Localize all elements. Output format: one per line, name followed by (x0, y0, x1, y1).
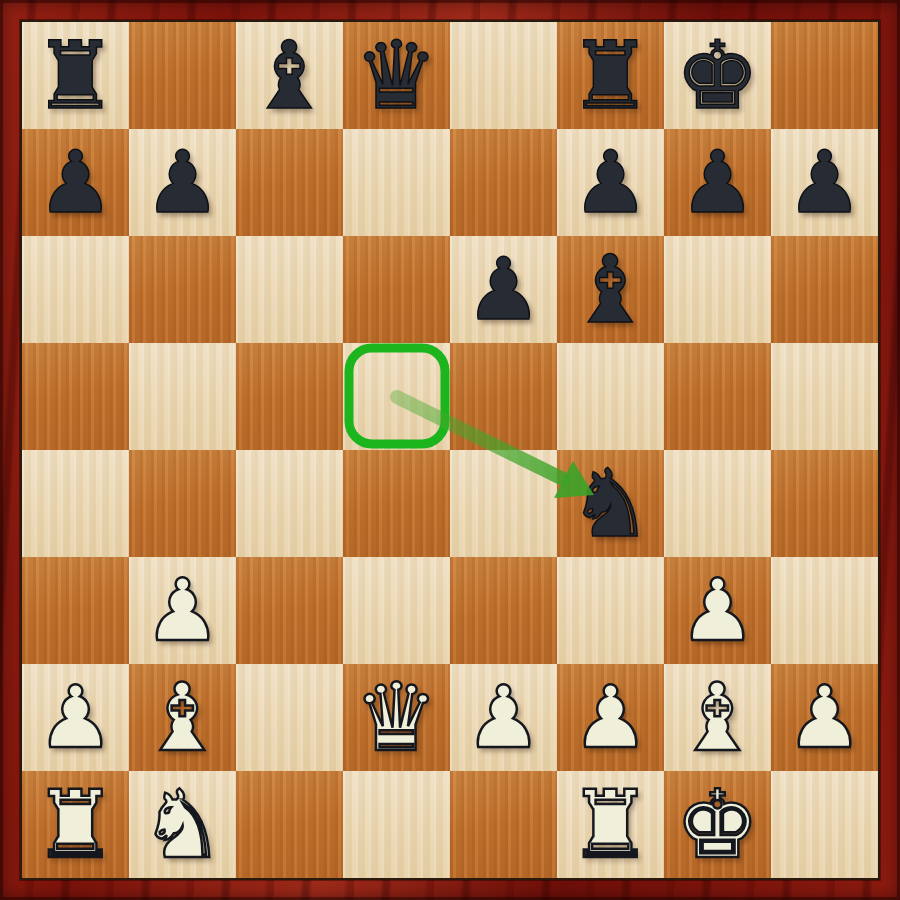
piece-white-bishop-b2[interactable]: ♝ (129, 664, 236, 771)
square-c7[interactable] (236, 129, 343, 236)
square-f6[interactable]: ♝ (557, 236, 664, 343)
square-h6[interactable] (771, 236, 878, 343)
square-d1[interactable] (343, 771, 450, 878)
square-h3[interactable] (771, 557, 878, 664)
square-a2[interactable]: ♟ (22, 664, 129, 771)
square-g7[interactable]: ♟ (664, 129, 771, 236)
piece-black-king-g8[interactable]: ♚ (664, 22, 771, 129)
square-b6[interactable] (129, 236, 236, 343)
square-h7[interactable]: ♟ (771, 129, 878, 236)
square-e7[interactable] (450, 129, 557, 236)
square-g2[interactable]: ♝ (664, 664, 771, 771)
square-h5[interactable] (771, 343, 878, 450)
piece-white-knight-b1[interactable]: ♞ (129, 771, 236, 878)
piece-black-pawn-g7[interactable]: ♟ (664, 129, 771, 236)
piece-white-pawn-e2[interactable]: ♟ (450, 664, 557, 771)
piece-black-rook-f8[interactable]: ♜ (557, 22, 664, 129)
square-g3[interactable]: ♟ (664, 557, 771, 664)
square-d6[interactable] (343, 236, 450, 343)
square-b1[interactable]: ♞ (129, 771, 236, 878)
square-g8[interactable]: ♚ (664, 22, 771, 129)
piece-black-pawn-b7[interactable]: ♟ (129, 129, 236, 236)
piece-white-rook-f1[interactable]: ♜ (557, 771, 664, 878)
square-a4[interactable] (22, 450, 129, 557)
square-e2[interactable]: ♟ (450, 664, 557, 771)
square-b5[interactable] (129, 343, 236, 450)
square-d2[interactable]: ♛ (343, 664, 450, 771)
piece-white-pawn-b3[interactable]: ♟ (129, 557, 236, 664)
square-b7[interactable]: ♟ (129, 129, 236, 236)
piece-black-queen-d8[interactable]: ♛ (343, 22, 450, 129)
square-f7[interactable]: ♟ (557, 129, 664, 236)
chess-board: ♜♝♛♜♚♟♟♟♟♟♟♝♞♟♟♟♝♛♟♟♝♟♜♞♜♚ (22, 22, 878, 878)
piece-black-rook-a8[interactable]: ♜ (22, 22, 129, 129)
square-f1[interactable]: ♜ (557, 771, 664, 878)
square-a3[interactable] (22, 557, 129, 664)
square-e1[interactable] (450, 771, 557, 878)
square-f3[interactable] (557, 557, 664, 664)
piece-black-bishop-c8[interactable]: ♝ (236, 22, 343, 129)
square-b4[interactable] (129, 450, 236, 557)
square-f4[interactable]: ♞ (557, 450, 664, 557)
piece-white-rook-a1[interactable]: ♜ (22, 771, 129, 878)
square-c6[interactable] (236, 236, 343, 343)
piece-black-knight-f4[interactable]: ♞ (557, 450, 664, 557)
square-a8[interactable]: ♜ (22, 22, 129, 129)
piece-black-bishop-f6[interactable]: ♝ (557, 236, 664, 343)
piece-black-pawn-h7[interactable]: ♟ (771, 129, 878, 236)
square-d8[interactable]: ♛ (343, 22, 450, 129)
square-g1[interactable]: ♚ (664, 771, 771, 878)
piece-black-pawn-e6[interactable]: ♟ (450, 236, 557, 343)
square-a7[interactable]: ♟ (22, 129, 129, 236)
square-g5[interactable] (664, 343, 771, 450)
square-c2[interactable] (236, 664, 343, 771)
piece-white-king-g1[interactable]: ♚ (664, 771, 771, 878)
square-h1[interactable] (771, 771, 878, 878)
piece-black-pawn-f7[interactable]: ♟ (557, 129, 664, 236)
square-b3[interactable]: ♟ (129, 557, 236, 664)
piece-white-pawn-f2[interactable]: ♟ (557, 664, 664, 771)
square-d3[interactable] (343, 557, 450, 664)
square-e6[interactable]: ♟ (450, 236, 557, 343)
square-e5[interactable] (450, 343, 557, 450)
piece-black-pawn-a7[interactable]: ♟ (22, 129, 129, 236)
piece-white-pawn-g3[interactable]: ♟ (664, 557, 771, 664)
square-f5[interactable] (557, 343, 664, 450)
square-g6[interactable] (664, 236, 771, 343)
square-c4[interactable] (236, 450, 343, 557)
square-h2[interactable]: ♟ (771, 664, 878, 771)
square-a5[interactable] (22, 343, 129, 450)
square-e3[interactable] (450, 557, 557, 664)
square-b8[interactable] (129, 22, 236, 129)
piece-white-pawn-h2[interactable]: ♟ (771, 664, 878, 771)
piece-white-pawn-a2[interactable]: ♟ (22, 664, 129, 771)
square-a6[interactable] (22, 236, 129, 343)
square-d7[interactable] (343, 129, 450, 236)
square-b2[interactable]: ♝ (129, 664, 236, 771)
piece-white-queen-d2[interactable]: ♛ (343, 664, 450, 771)
square-h4[interactable] (771, 450, 878, 557)
square-e8[interactable] (450, 22, 557, 129)
square-c3[interactable] (236, 557, 343, 664)
square-g4[interactable] (664, 450, 771, 557)
square-f2[interactable]: ♟ (557, 664, 664, 771)
square-a1[interactable]: ♜ (22, 771, 129, 878)
square-f8[interactable]: ♜ (557, 22, 664, 129)
square-h8[interactable] (771, 22, 878, 129)
board-frame: ♜♝♛♜♚♟♟♟♟♟♟♝♞♟♟♟♝♛♟♟♝♟♜♞♜♚ (0, 0, 900, 900)
square-d5[interactable] (343, 343, 450, 450)
square-c1[interactable] (236, 771, 343, 878)
square-c8[interactable]: ♝ (236, 22, 343, 129)
piece-white-bishop-g2[interactable]: ♝ (664, 664, 771, 771)
square-c5[interactable] (236, 343, 343, 450)
square-e4[interactable] (450, 450, 557, 557)
square-d4[interactable] (343, 450, 450, 557)
